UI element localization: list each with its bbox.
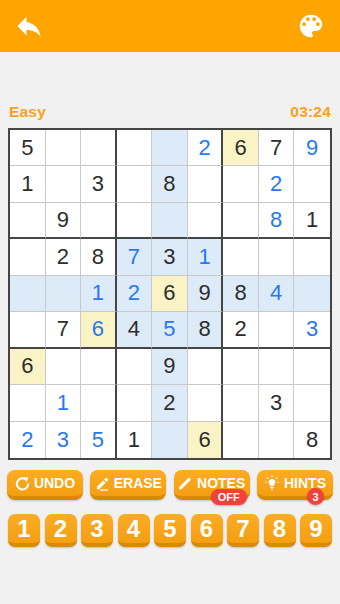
cell-r7c6[interactable] xyxy=(188,349,224,385)
cell-r1c2[interactable] xyxy=(46,130,82,166)
cell-r5c1[interactable] xyxy=(10,276,46,312)
sudoku-app: Easy 03:24 52679138298128731126984764582… xyxy=(0,0,340,604)
cell-r6c5[interactable]: 5 xyxy=(152,312,188,348)
cell-r5c4[interactable]: 2 xyxy=(117,276,153,312)
numpad-button-2[interactable]: 2 xyxy=(45,514,77,547)
cell-r2c9[interactable] xyxy=(294,166,330,202)
cell-r5c8[interactable]: 4 xyxy=(259,276,295,312)
numpad-button-6[interactable]: 6 xyxy=(191,514,223,547)
cell-r8c6[interactable] xyxy=(188,385,224,421)
numpad-button-9[interactable]: 9 xyxy=(300,514,332,547)
cell-r8c2[interactable]: 1 xyxy=(46,385,82,421)
notes-button[interactable]: NOTES OFF xyxy=(174,470,250,500)
sudoku-board: 5267913829812873112698476458236912323516… xyxy=(8,128,332,460)
cell-r4c6[interactable]: 1 xyxy=(188,239,224,275)
cell-r7c5[interactable]: 9 xyxy=(152,349,188,385)
cell-r4c7[interactable] xyxy=(223,239,259,275)
cell-r7c4[interactable] xyxy=(117,349,153,385)
cell-r4c1[interactable] xyxy=(10,239,46,275)
cell-r9c8[interactable] xyxy=(259,422,295,458)
cell-r3c4[interactable] xyxy=(117,203,153,239)
app-header xyxy=(0,0,340,52)
cell-r1c3[interactable] xyxy=(81,130,117,166)
notes-off-badge: OFF xyxy=(211,489,247,505)
timer: 03:24 xyxy=(290,103,331,121)
cell-r6c3[interactable]: 6 xyxy=(81,312,117,348)
back-arrow-icon xyxy=(14,11,44,41)
cell-r4c3[interactable]: 8 xyxy=(81,239,117,275)
cell-r6c9[interactable]: 3 xyxy=(294,312,330,348)
notes-pen-icon xyxy=(178,476,193,491)
cell-r1c1[interactable]: 5 xyxy=(10,130,46,166)
undo-icon xyxy=(15,476,30,491)
cell-r6c4[interactable]: 4 xyxy=(117,312,153,348)
cell-r3c7[interactable] xyxy=(223,203,259,239)
cell-r5c7[interactable]: 8 xyxy=(223,276,259,312)
cell-r3c9[interactable]: 1 xyxy=(294,203,330,239)
cell-r3c3[interactable] xyxy=(81,203,117,239)
hints-bulb-icon xyxy=(264,475,280,491)
cell-r9c2[interactable]: 3 xyxy=(46,422,82,458)
back-button[interactable] xyxy=(13,10,45,42)
cell-r1c7[interactable]: 6 xyxy=(223,130,259,166)
cell-r6c1[interactable] xyxy=(10,312,46,348)
cell-r7c9[interactable] xyxy=(294,349,330,385)
cell-r5c3[interactable]: 1 xyxy=(81,276,117,312)
cell-r8c3[interactable] xyxy=(81,385,117,421)
cell-r1c9[interactable]: 9 xyxy=(294,130,330,166)
cell-r6c2[interactable]: 7 xyxy=(46,312,82,348)
numpad-button-7[interactable]: 7 xyxy=(227,514,259,547)
cell-r9c3[interactable]: 5 xyxy=(81,422,117,458)
cell-r9c5[interactable] xyxy=(152,422,188,458)
cell-r9c6[interactable]: 6 xyxy=(188,422,224,458)
cell-r5c9[interactable] xyxy=(294,276,330,312)
erase-label: ERASE xyxy=(114,475,162,491)
numpad-button-8[interactable]: 8 xyxy=(264,514,296,547)
cell-r3c6[interactable] xyxy=(188,203,224,239)
hints-button[interactable]: HINTS 3 xyxy=(257,470,333,500)
cell-r2c1[interactable]: 1 xyxy=(10,166,46,202)
numpad-button-5[interactable]: 5 xyxy=(154,514,186,547)
cell-r2c2[interactable] xyxy=(46,166,82,202)
cell-r2c8[interactable]: 2 xyxy=(259,166,295,202)
cell-r7c1[interactable]: 6 xyxy=(10,349,46,385)
cell-r3c5[interactable] xyxy=(152,203,188,239)
cell-r1c4[interactable] xyxy=(117,130,153,166)
cell-r4c4[interactable]: 7 xyxy=(117,239,153,275)
cell-r4c2[interactable]: 2 xyxy=(46,239,82,275)
cell-r6c7[interactable]: 2 xyxy=(223,312,259,348)
cell-r1c5[interactable] xyxy=(152,130,188,166)
cell-r7c8[interactable] xyxy=(259,349,295,385)
cell-r2c6[interactable] xyxy=(188,166,224,202)
numpad-button-1[interactable]: 1 xyxy=(8,514,40,547)
cell-r7c2[interactable] xyxy=(46,349,82,385)
cell-r2c4[interactable] xyxy=(117,166,153,202)
cell-r7c7[interactable] xyxy=(223,349,259,385)
cell-r2c3[interactable]: 3 xyxy=(81,166,117,202)
hints-count-badge: 3 xyxy=(307,488,324,505)
cell-r3c2[interactable]: 9 xyxy=(46,203,82,239)
difficulty-label: Easy xyxy=(9,103,46,121)
cell-r6c6[interactable]: 8 xyxy=(188,312,224,348)
cell-r9c1[interactable]: 2 xyxy=(10,422,46,458)
numpad-button-3[interactable]: 3 xyxy=(81,514,113,547)
numpad: 123456789 xyxy=(8,514,332,547)
erase-button[interactable]: ERASE xyxy=(90,470,166,500)
cell-r4c9[interactable] xyxy=(294,239,330,275)
cell-r4c8[interactable] xyxy=(259,239,295,275)
toolbar: UNDO ERASE NOTES OFF xyxy=(7,470,333,500)
cell-r8c4[interactable] xyxy=(117,385,153,421)
undo-button[interactable]: UNDO xyxy=(7,470,83,500)
cell-r6c8[interactable] xyxy=(259,312,295,348)
cell-r8c7[interactable] xyxy=(223,385,259,421)
cell-r1c6[interactable]: 2 xyxy=(188,130,224,166)
palette-icon xyxy=(296,11,326,41)
cell-r5c5[interactable]: 6 xyxy=(152,276,188,312)
cell-r9c4[interactable]: 1 xyxy=(117,422,153,458)
cell-r3c8[interactable]: 8 xyxy=(259,203,295,239)
cell-r8c5[interactable]: 2 xyxy=(152,385,188,421)
undo-label: UNDO xyxy=(34,475,75,491)
cell-r9c7[interactable] xyxy=(223,422,259,458)
cell-r8c8[interactable]: 3 xyxy=(259,385,295,421)
numpad-button-4[interactable]: 4 xyxy=(118,514,150,547)
cell-r5c6[interactable]: 9 xyxy=(188,276,224,312)
cell-r7c3[interactable] xyxy=(81,349,117,385)
cell-r2c7[interactable] xyxy=(223,166,259,202)
palette-button[interactable] xyxy=(295,10,327,42)
cell-r5c2[interactable] xyxy=(46,276,82,312)
info-row: Easy 03:24 xyxy=(9,103,331,121)
cell-r3c1[interactable] xyxy=(10,203,46,239)
cell-r8c1[interactable] xyxy=(10,385,46,421)
cell-r9c9[interactable]: 8 xyxy=(294,422,330,458)
erase-icon xyxy=(95,476,110,491)
cell-r1c8[interactable]: 7 xyxy=(259,130,295,166)
cell-r8c9[interactable] xyxy=(294,385,330,421)
cell-r4c5[interactable]: 3 xyxy=(152,239,188,275)
cell-r2c5[interactable]: 8 xyxy=(152,166,188,202)
